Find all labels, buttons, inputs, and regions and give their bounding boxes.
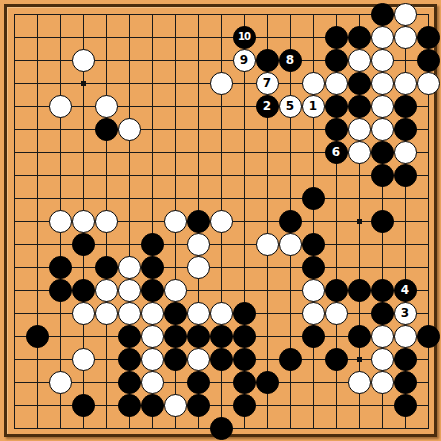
black-stone[interactable] [279,210,302,233]
black-stone[interactable] [141,233,164,256]
black-stone[interactable] [348,95,371,118]
white-stone[interactable]: 9 [233,49,256,72]
white-stone[interactable] [118,279,141,302]
black-stone[interactable] [302,256,325,279]
black-stone[interactable] [325,95,348,118]
move-number-label: 4 [401,284,409,296]
black-stone[interactable] [325,348,348,371]
black-stone[interactable] [394,95,417,118]
black-stone[interactable] [325,279,348,302]
black-stone[interactable] [187,325,210,348]
black-stone[interactable] [72,279,95,302]
black-stone[interactable] [325,49,348,72]
white-stone[interactable] [302,72,325,95]
white-stone[interactable] [371,371,394,394]
black-stone[interactable] [164,348,187,371]
white-stone[interactable] [210,210,233,233]
black-stone[interactable] [348,279,371,302]
white-stone[interactable] [95,210,118,233]
black-stone[interactable] [118,348,141,371]
white-stone[interactable] [187,302,210,325]
black-stone[interactable] [49,256,72,279]
black-stone[interactable] [210,417,233,440]
white-stone[interactable] [394,26,417,49]
white-stone[interactable] [348,141,371,164]
black-stone[interactable] [279,348,302,371]
white-stone[interactable] [141,371,164,394]
white-stone[interactable] [187,233,210,256]
white-stone[interactable] [164,394,187,417]
star-point [357,219,362,224]
black-stone[interactable] [49,279,72,302]
white-stone[interactable] [302,279,325,302]
black-stone[interactable] [164,325,187,348]
star-point [357,357,362,362]
white-stone[interactable] [279,233,302,256]
go-board[interactable]: 10987251643 [0,0,441,441]
black-stone[interactable] [348,325,371,348]
white-stone[interactable]: 5 [279,95,302,118]
white-stone[interactable] [141,325,164,348]
black-stone[interactable] [417,49,440,72]
star-point [81,81,86,86]
white-stone[interactable]: 3 [394,302,417,325]
white-stone[interactable] [141,302,164,325]
white-stone[interactable] [348,118,371,141]
white-stone[interactable] [49,210,72,233]
move-number-label: 5 [286,100,294,112]
black-stone[interactable] [302,187,325,210]
black-stone[interactable] [371,302,394,325]
black-stone[interactable] [233,325,256,348]
white-stone[interactable] [95,302,118,325]
white-stone[interactable] [325,72,348,95]
white-stone[interactable] [187,348,210,371]
black-stone[interactable] [118,325,141,348]
white-stone[interactable] [325,302,348,325]
black-stone[interactable] [233,371,256,394]
white-stone[interactable] [210,302,233,325]
white-stone[interactable]: 7 [256,72,279,95]
white-stone[interactable] [394,3,417,26]
white-stone[interactable] [72,49,95,72]
move-number-label: 10 [238,32,250,42]
white-stone[interactable] [49,95,72,118]
white-stone[interactable] [118,118,141,141]
black-stone[interactable]: 8 [279,49,302,72]
white-stone[interactable] [371,325,394,348]
move-number-label: 8 [286,54,294,66]
move-number-label: 6 [332,146,340,158]
white-stone[interactable] [302,302,325,325]
move-number-label: 3 [401,307,409,319]
white-stone[interactable] [118,302,141,325]
black-stone[interactable] [210,348,233,371]
black-stone[interactable] [187,394,210,417]
white-stone[interactable] [95,279,118,302]
white-stone[interactable] [348,49,371,72]
white-stone[interactable] [394,325,417,348]
white-stone[interactable] [72,302,95,325]
move-number-label: 1 [309,100,317,112]
white-stone[interactable] [164,210,187,233]
black-stone[interactable]: 4 [394,279,417,302]
white-stone[interactable] [164,279,187,302]
white-stone[interactable] [210,72,233,95]
white-stone[interactable] [141,348,164,371]
white-stone[interactable] [371,26,394,49]
black-stone[interactable] [371,141,394,164]
white-stone[interactable] [118,256,141,279]
black-stone[interactable] [371,279,394,302]
move-number-label: 9 [240,54,248,66]
black-stone[interactable] [417,325,440,348]
black-stone[interactable] [233,348,256,371]
black-stone[interactable] [26,325,49,348]
white-stone[interactable] [371,49,394,72]
white-stone[interactable] [371,72,394,95]
black-stone[interactable] [95,118,118,141]
black-stone[interactable] [210,325,233,348]
black-stone[interactable] [95,256,118,279]
black-stone[interactable] [394,118,417,141]
white-stone[interactable] [256,233,279,256]
black-stone[interactable] [394,394,417,417]
black-stone[interactable] [371,210,394,233]
white-stone[interactable] [72,210,95,233]
black-stone[interactable] [118,371,141,394]
white-stone[interactable] [348,371,371,394]
white-stone[interactable] [72,348,95,371]
black-stone[interactable]: 2 [256,95,279,118]
black-stone[interactable] [371,3,394,26]
black-stone[interactable] [371,164,394,187]
white-stone[interactable] [371,118,394,141]
black-stone[interactable] [141,279,164,302]
black-stone[interactable] [256,49,279,72]
white-stone[interactable] [187,256,210,279]
black-stone[interactable] [141,394,164,417]
black-stone[interactable] [72,394,95,417]
black-stone[interactable] [394,371,417,394]
black-stone[interactable] [302,233,325,256]
move-number-label: 7 [263,77,271,89]
black-stone[interactable] [141,256,164,279]
black-stone[interactable] [348,72,371,95]
black-stone[interactable] [394,164,417,187]
black-stone[interactable] [164,302,187,325]
black-stone[interactable] [256,371,279,394]
black-stone[interactable] [302,325,325,348]
white-stone[interactable] [371,348,394,371]
white-stone[interactable]: 1 [302,95,325,118]
black-stone[interactable] [394,348,417,371]
black-stone[interactable] [187,210,210,233]
white-stone[interactable] [394,141,417,164]
white-stone[interactable] [417,72,440,95]
black-stone[interactable] [233,302,256,325]
black-stone[interactable] [72,233,95,256]
black-stone[interactable] [325,26,348,49]
black-stone[interactable] [325,118,348,141]
white-stone[interactable] [371,95,394,118]
white-stone[interactable] [394,72,417,95]
black-stone[interactable] [187,371,210,394]
black-stone[interactable] [118,394,141,417]
black-stone[interactable] [348,26,371,49]
black-stone[interactable] [417,26,440,49]
move-number-label: 2 [263,100,271,112]
black-stone[interactable]: 10 [233,26,256,49]
white-stone[interactable] [49,371,72,394]
white-stone[interactable] [95,95,118,118]
black-stone[interactable]: 6 [325,141,348,164]
black-stone[interactable] [233,394,256,417]
